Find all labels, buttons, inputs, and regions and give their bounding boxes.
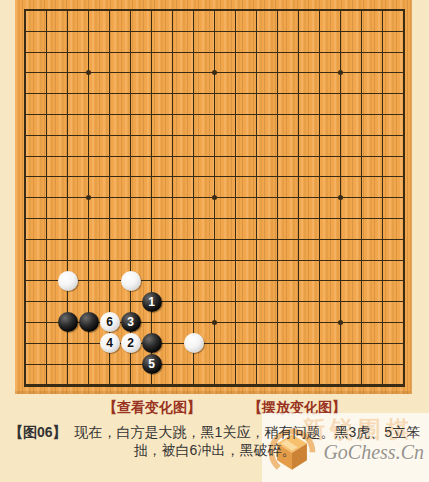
board-point [372, 125, 393, 146]
board-point [78, 62, 99, 83]
board-point [330, 229, 351, 250]
board-point [246, 250, 267, 271]
board-point [183, 374, 204, 394]
board-point [120, 291, 141, 312]
board-point [99, 270, 120, 291]
board-point [246, 229, 267, 250]
board-point [204, 42, 225, 63]
board-grid: 163425 [15, 0, 412, 394]
board-point [225, 229, 246, 250]
board-point [267, 42, 288, 63]
board-point [15, 104, 36, 125]
board-point [36, 166, 57, 187]
board-point [204, 83, 225, 104]
board-point [162, 312, 183, 333]
board-point [351, 125, 372, 146]
board-point [15, 83, 36, 104]
board-point [99, 104, 120, 125]
board-point [309, 250, 330, 271]
board-point [267, 104, 288, 125]
board-point [393, 333, 412, 354]
board-point [372, 42, 393, 63]
board-point [78, 42, 99, 63]
board-point [351, 166, 372, 187]
board-point [351, 104, 372, 125]
board-point [57, 270, 78, 291]
board-point [309, 0, 330, 21]
board-point [183, 250, 204, 271]
board-point [183, 104, 204, 125]
board-point [78, 374, 99, 394]
board-point [15, 312, 36, 333]
board-point [57, 21, 78, 42]
board-point [372, 83, 393, 104]
board-point [288, 146, 309, 167]
board-point [57, 166, 78, 187]
star-point [212, 195, 217, 200]
board-point [309, 312, 330, 333]
board-point [183, 187, 204, 208]
board-point [162, 374, 183, 394]
board-point [351, 83, 372, 104]
board-point [162, 270, 183, 291]
board-point: 2 [120, 333, 141, 354]
board-point [36, 374, 57, 394]
board-point [162, 229, 183, 250]
board-point [267, 62, 288, 83]
board-point [204, 125, 225, 146]
board-point [246, 0, 267, 21]
board-point [246, 146, 267, 167]
board-point [393, 146, 412, 167]
board-point [288, 42, 309, 63]
board-point [288, 270, 309, 291]
board-point [183, 354, 204, 375]
board-point [351, 354, 372, 375]
board-point [183, 270, 204, 291]
board-point [246, 21, 267, 42]
board-point [267, 187, 288, 208]
board-point [225, 312, 246, 333]
board-point [36, 62, 57, 83]
board-point [330, 291, 351, 312]
board-point [225, 166, 246, 187]
board-point [78, 229, 99, 250]
stone-white [58, 271, 78, 291]
board-point [15, 250, 36, 271]
board-point [330, 354, 351, 375]
board-point [267, 0, 288, 21]
board-point [204, 312, 225, 333]
board-point [393, 291, 412, 312]
board-point [309, 187, 330, 208]
board-point [99, 42, 120, 63]
board-point [57, 62, 78, 83]
board-point [288, 83, 309, 104]
board-point [225, 250, 246, 271]
board-point [141, 229, 162, 250]
board-point [120, 42, 141, 63]
board-point [183, 229, 204, 250]
board-point [204, 146, 225, 167]
board-point [183, 208, 204, 229]
board-point [204, 62, 225, 83]
board-point [141, 250, 162, 271]
board-point [78, 21, 99, 42]
board-point [15, 333, 36, 354]
board-point [99, 146, 120, 167]
board-point [99, 250, 120, 271]
board-point [36, 42, 57, 63]
board-point [372, 21, 393, 42]
board-point [204, 333, 225, 354]
board-point [162, 42, 183, 63]
board-point [99, 21, 120, 42]
board-point [78, 104, 99, 125]
board-point [36, 229, 57, 250]
board-point [99, 0, 120, 21]
board-point [141, 21, 162, 42]
board-point [204, 374, 225, 394]
board-point [57, 312, 78, 333]
board-point [267, 83, 288, 104]
star-point [86, 70, 91, 75]
board-point [330, 333, 351, 354]
board-point [225, 187, 246, 208]
stone-white [121, 271, 141, 291]
board-point [288, 187, 309, 208]
board-point [372, 270, 393, 291]
board-point [288, 374, 309, 394]
board-point [57, 42, 78, 63]
board-point [372, 354, 393, 375]
board-point [225, 291, 246, 312]
board-point [36, 250, 57, 271]
board-point [351, 250, 372, 271]
board-point [309, 229, 330, 250]
board-point [183, 333, 204, 354]
board-point [393, 312, 412, 333]
board-point [372, 229, 393, 250]
board-point [141, 62, 162, 83]
stone-white-move-2: 2 [121, 333, 141, 353]
board-point [288, 125, 309, 146]
board-point [36, 83, 57, 104]
board-point [225, 21, 246, 42]
board-point [57, 83, 78, 104]
board-point [267, 166, 288, 187]
star-point [338, 320, 343, 325]
board-point [57, 125, 78, 146]
board-point [120, 354, 141, 375]
board-point [141, 125, 162, 146]
board-point [267, 333, 288, 354]
board-point [267, 312, 288, 333]
board-point [162, 0, 183, 21]
board-point [309, 374, 330, 394]
board-point [36, 104, 57, 125]
board-point [57, 187, 78, 208]
board-point [183, 0, 204, 21]
board-point [372, 208, 393, 229]
board-point [351, 270, 372, 291]
board-point [246, 166, 267, 187]
board-point [309, 354, 330, 375]
board-point [330, 104, 351, 125]
stone-black-move-1: 1 [142, 292, 162, 312]
board-point [204, 104, 225, 125]
board-point [78, 354, 99, 375]
board-point [99, 229, 120, 250]
board-point [141, 104, 162, 125]
board-point [393, 229, 412, 250]
star-point [338, 195, 343, 200]
board-point [330, 312, 351, 333]
board-point [351, 291, 372, 312]
star-point [86, 195, 91, 200]
board-point [120, 229, 141, 250]
board-point [309, 333, 330, 354]
board-point [120, 208, 141, 229]
board-point [246, 62, 267, 83]
board-point [15, 270, 36, 291]
board-point [15, 166, 36, 187]
board-point [309, 21, 330, 42]
board-point [330, 83, 351, 104]
board-point: 3 [120, 312, 141, 333]
board-point [393, 21, 412, 42]
board-point [120, 21, 141, 42]
board-point [351, 146, 372, 167]
stone-black [79, 312, 99, 332]
board-point [225, 270, 246, 291]
board-point [204, 291, 225, 312]
board-point [120, 250, 141, 271]
board-point [288, 312, 309, 333]
board-point [78, 125, 99, 146]
board-point [78, 146, 99, 167]
board-point [120, 104, 141, 125]
board-point [330, 0, 351, 21]
board-point [162, 166, 183, 187]
figure-label: 【图06】 [9, 424, 67, 440]
board-point [162, 146, 183, 167]
board-point [99, 187, 120, 208]
board-point [36, 312, 57, 333]
board-point [246, 270, 267, 291]
board-point [183, 42, 204, 63]
board-point [57, 229, 78, 250]
board-point [99, 83, 120, 104]
board-point [183, 291, 204, 312]
board-point [225, 125, 246, 146]
board-point [78, 312, 99, 333]
board-point [183, 146, 204, 167]
board-point [120, 146, 141, 167]
board-point [15, 146, 36, 167]
board-point [120, 125, 141, 146]
board-point [204, 187, 225, 208]
board-point [162, 250, 183, 271]
board-point [267, 146, 288, 167]
board-point [351, 21, 372, 42]
board-point [57, 291, 78, 312]
board-point [351, 333, 372, 354]
board-point [141, 270, 162, 291]
board-point [162, 333, 183, 354]
board-point [309, 42, 330, 63]
board-point [99, 354, 120, 375]
board-point [351, 374, 372, 394]
board-point [99, 62, 120, 83]
board-point [246, 83, 267, 104]
board-point [288, 291, 309, 312]
board-point: 6 [99, 312, 120, 333]
stone-white-move-4: 4 [100, 333, 120, 353]
board-point [141, 333, 162, 354]
board-point [141, 42, 162, 63]
stone-white [184, 333, 204, 353]
board-point [78, 270, 99, 291]
board-point [120, 187, 141, 208]
board-point [15, 187, 36, 208]
board-point [372, 166, 393, 187]
board-point [372, 312, 393, 333]
board-point [78, 291, 99, 312]
board-point [141, 83, 162, 104]
board-point [120, 166, 141, 187]
board-point [99, 208, 120, 229]
board-point [351, 187, 372, 208]
board-point [204, 208, 225, 229]
board-point [246, 208, 267, 229]
board-point [225, 0, 246, 21]
board-point [267, 229, 288, 250]
board-point [225, 83, 246, 104]
board-point [393, 42, 412, 63]
board-point [351, 62, 372, 83]
board-point [393, 104, 412, 125]
board-point [141, 0, 162, 21]
board-point [183, 83, 204, 104]
board-point [288, 250, 309, 271]
board-point [162, 291, 183, 312]
board-point [372, 374, 393, 394]
board-point [330, 62, 351, 83]
board-point [351, 312, 372, 333]
board-point [330, 374, 351, 394]
board-point [246, 187, 267, 208]
board-point [57, 208, 78, 229]
board-point [78, 83, 99, 104]
view-variation-link[interactable]: 【查看变化图】 [103, 399, 201, 415]
board-point [309, 208, 330, 229]
board-point [288, 21, 309, 42]
board-point [267, 250, 288, 271]
board-point [204, 250, 225, 271]
board-point [36, 0, 57, 21]
board-point [78, 250, 99, 271]
board-point [36, 125, 57, 146]
board-point [225, 146, 246, 167]
board-point [288, 354, 309, 375]
board-point [141, 374, 162, 394]
board-point [162, 125, 183, 146]
board-point [78, 166, 99, 187]
board-point [288, 62, 309, 83]
board-point [120, 62, 141, 83]
star-point [212, 320, 217, 325]
board-point [204, 166, 225, 187]
board-point [36, 187, 57, 208]
board-point [99, 125, 120, 146]
board-point [372, 0, 393, 21]
board-point [15, 21, 36, 42]
board-point [330, 250, 351, 271]
board-point [372, 104, 393, 125]
star-point [338, 70, 343, 75]
board-point [183, 312, 204, 333]
stone-black-move-3: 3 [121, 312, 141, 332]
board-point [225, 333, 246, 354]
board-point [162, 187, 183, 208]
board-point [372, 187, 393, 208]
board-point [393, 187, 412, 208]
board-point [204, 0, 225, 21]
board-point [225, 208, 246, 229]
board-point [57, 104, 78, 125]
board-point [57, 0, 78, 21]
board-point [288, 0, 309, 21]
board-point [15, 125, 36, 146]
board-point [57, 374, 78, 394]
board-point [183, 166, 204, 187]
stone-black [58, 312, 78, 332]
board-point [15, 291, 36, 312]
board-point [225, 62, 246, 83]
board-point [351, 208, 372, 229]
board-point [309, 104, 330, 125]
board-point [78, 0, 99, 21]
board-point [15, 42, 36, 63]
board-point [372, 62, 393, 83]
board-point [162, 21, 183, 42]
board-point [36, 354, 57, 375]
board-point: 4 [99, 333, 120, 354]
board-point [15, 374, 36, 394]
board-point [267, 374, 288, 394]
board-point [309, 270, 330, 291]
board-point [183, 21, 204, 42]
stone-black [142, 333, 162, 353]
board-point [15, 208, 36, 229]
board-point [393, 125, 412, 146]
board-point [78, 333, 99, 354]
board-point [225, 354, 246, 375]
board-point [372, 333, 393, 354]
board-point [330, 187, 351, 208]
board-point [393, 83, 412, 104]
board-point [120, 0, 141, 21]
board-point [225, 104, 246, 125]
board-point [246, 291, 267, 312]
board-point [99, 374, 120, 394]
board-point [393, 0, 412, 21]
board-point [351, 229, 372, 250]
board-point [246, 312, 267, 333]
board-point [393, 62, 412, 83]
board-point [372, 250, 393, 271]
